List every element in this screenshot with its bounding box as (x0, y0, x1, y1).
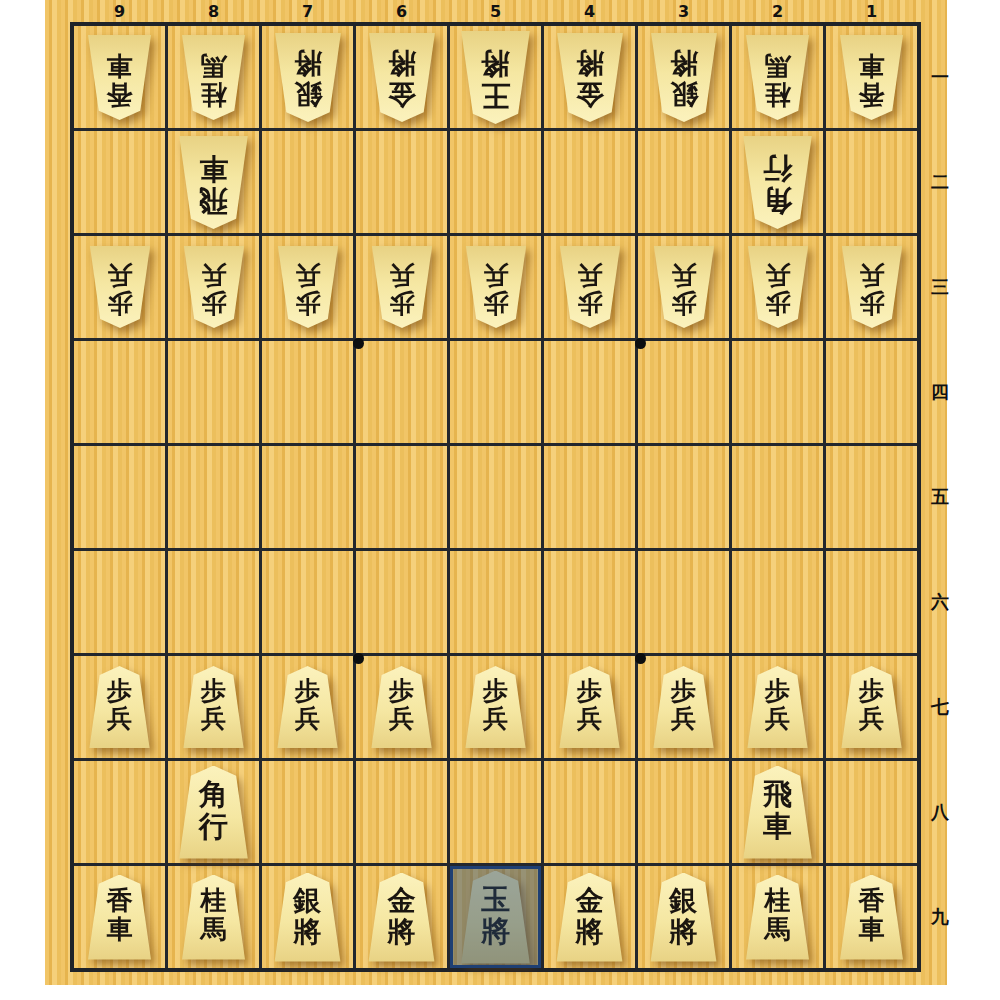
square-7三[interactable]: 歩兵 (262, 236, 353, 338)
square-5一[interactable]: 王將 (450, 26, 541, 128)
koma-kanji: 兵 (201, 261, 226, 289)
square-9五[interactable] (74, 446, 165, 548)
square-4七[interactable]: 歩兵 (544, 656, 635, 758)
koma-face: 銀將 (273, 873, 343, 962)
square-5八[interactable] (450, 761, 541, 863)
square-8九[interactable]: 桂馬 (168, 866, 259, 968)
koma-kanji: 將 (670, 48, 698, 79)
square-1八[interactable] (826, 761, 917, 863)
koma-kanji: 兵 (577, 705, 602, 733)
square-9一[interactable]: 香車 (74, 26, 165, 128)
koma-kanji: 歩 (671, 289, 696, 317)
koma-kanji: 金 (388, 885, 416, 916)
koma-kanji: 歩 (389, 289, 414, 317)
koma-kanji: 將 (576, 916, 604, 947)
piece-sente-king[interactable]: 玉將 (459, 871, 532, 964)
square-4九[interactable]: 金將 (544, 866, 635, 968)
piece-sente-pawn[interactable]: 歩兵 (88, 666, 152, 748)
piece-sente-pawn[interactable]: 歩兵 (464, 666, 528, 748)
koma-face: 歩兵 (182, 666, 246, 748)
koma-face: 歩兵 (652, 246, 716, 328)
square-5四[interactable] (450, 341, 541, 443)
koma-kanji: 銀 (670, 79, 698, 110)
koma-face: 桂馬 (744, 35, 811, 120)
koma-kanji: 兵 (295, 705, 320, 733)
koma-face: 歩兵 (276, 246, 340, 328)
file-labels: 9 8 7 6 5 4 3 2 1 (74, 0, 917, 22)
square-8八[interactable]: 角行 (168, 761, 259, 863)
koma-face: 歩兵 (88, 246, 152, 328)
koma-kanji: 歩 (201, 677, 226, 705)
koma-face: 金將 (367, 873, 437, 962)
square-7九[interactable]: 銀將 (262, 866, 353, 968)
square-4二[interactable] (544, 131, 635, 233)
koma-face: 香車 (838, 875, 905, 960)
koma-kanji: 將 (294, 48, 322, 79)
square-7一[interactable]: 銀將 (262, 26, 353, 128)
koma-kanji: 角 (763, 185, 792, 217)
square-4一[interactable]: 金將 (544, 26, 635, 128)
square-6二[interactable] (356, 131, 447, 233)
piece-sente-pawn[interactable]: 歩兵 (652, 666, 716, 748)
square-7八[interactable] (262, 761, 353, 863)
square-6七[interactable]: 歩兵 (356, 656, 447, 758)
square-3八[interactable] (638, 761, 729, 863)
koma-face: 桂馬 (744, 875, 811, 960)
piece-sente-lance[interactable]: 香車 (838, 875, 905, 960)
koma-kanji: 行 (199, 810, 228, 842)
koma-kanji: 兵 (671, 705, 696, 733)
piece-gote-pawn[interactable]: 歩兵 (276, 246, 340, 328)
koma-face: 金將 (555, 33, 625, 122)
rank-label-4: 四 (926, 341, 954, 443)
koma-kanji: 兵 (389, 705, 414, 733)
koma-kanji: 車 (859, 51, 885, 80)
square-5三[interactable]: 歩兵 (450, 236, 541, 338)
koma-kanji: 車 (107, 51, 133, 80)
file-label-8: 8 (168, 0, 259, 22)
koma-kanji: 將 (388, 916, 416, 947)
koma-face: 歩兵 (88, 666, 152, 748)
koma-kanji: 歩 (107, 289, 132, 317)
koma-face: 歩兵 (370, 666, 434, 748)
square-1四[interactable] (826, 341, 917, 443)
piece-sente-knight[interactable]: 桂馬 (744, 875, 811, 960)
piece-gote-gold[interactable]: 金將 (555, 33, 625, 122)
square-3三[interactable]: 歩兵 (638, 236, 729, 338)
koma-kanji: 兵 (859, 705, 884, 733)
piece-gote-knight[interactable]: 桂馬 (180, 35, 247, 120)
square-5二[interactable] (450, 131, 541, 233)
square-1七[interactable]: 歩兵 (826, 656, 917, 758)
koma-kanji: 桂 (201, 80, 227, 109)
koma-kanji: 桂 (765, 80, 791, 109)
koma-face: 歩兵 (652, 666, 716, 748)
koma-face: 歩兵 (558, 666, 622, 748)
piece-gote-pawn[interactable]: 歩兵 (558, 246, 622, 328)
square-2二[interactable]: 角行 (732, 131, 823, 233)
square-2八[interactable]: 飛車 (732, 761, 823, 863)
koma-kanji: 歩 (483, 677, 508, 705)
rank-label-8: 八 (926, 761, 954, 863)
square-7四[interactable] (262, 341, 353, 443)
square-7五[interactable] (262, 446, 353, 548)
square-4五[interactable] (544, 446, 635, 548)
square-8五[interactable] (168, 446, 259, 548)
piece-gote-pawn[interactable]: 歩兵 (464, 246, 528, 328)
koma-kanji: 將 (481, 48, 510, 80)
square-2六[interactable] (732, 551, 823, 653)
piece-sente-pawn[interactable]: 歩兵 (840, 666, 904, 748)
rank-label-5: 五 (926, 446, 954, 548)
square-1二[interactable] (826, 131, 917, 233)
koma-kanji: 香 (859, 80, 885, 109)
piece-sente-gold[interactable]: 金將 (555, 873, 625, 962)
koma-kanji: 香 (107, 80, 133, 109)
koma-kanji: 車 (107, 915, 133, 944)
square-9七[interactable]: 歩兵 (74, 656, 165, 758)
koma-kanji: 兵 (295, 261, 320, 289)
piece-gote-lance[interactable]: 香車 (86, 35, 153, 120)
square-6一[interactable]: 金將 (356, 26, 447, 128)
square-1九[interactable]: 香車 (826, 866, 917, 968)
rank-label-2: 二 (926, 131, 954, 233)
koma-kanji: 銀 (670, 885, 698, 916)
square-2四[interactable] (732, 341, 823, 443)
koma-kanji: 將 (294, 916, 322, 947)
piece-gote-gold[interactable]: 金將 (367, 33, 437, 122)
piece-sente-pawn[interactable]: 歩兵 (276, 666, 340, 748)
koma-face: 歩兵 (746, 666, 810, 748)
square-9九[interactable]: 香車 (74, 866, 165, 968)
piece-sente-pawn[interactable]: 歩兵 (558, 666, 622, 748)
square-1六[interactable] (826, 551, 917, 653)
koma-kanji: 歩 (577, 289, 602, 317)
square-5五[interactable] (450, 446, 541, 548)
square-1五[interactable] (826, 446, 917, 548)
square-3二[interactable] (638, 131, 729, 233)
koma-kanji: 歩 (859, 289, 884, 317)
square-6六[interactable] (356, 551, 447, 653)
koma-kanji: 將 (670, 916, 698, 947)
square-4四[interactable] (544, 341, 635, 443)
koma-kanji: 金 (388, 79, 416, 110)
koma-kanji: 歩 (201, 289, 226, 317)
square-5九[interactable]: 玉將 (450, 866, 541, 968)
koma-kanji: 歩 (859, 677, 884, 705)
koma-kanji: 角 (199, 778, 228, 810)
square-9六[interactable] (74, 551, 165, 653)
piece-gote-pawn[interactable]: 歩兵 (370, 246, 434, 328)
koma-face: 歩兵 (840, 246, 904, 328)
koma-kanji: 歩 (577, 677, 602, 705)
square-2一[interactable]: 桂馬 (732, 26, 823, 128)
koma-kanji: 兵 (859, 261, 884, 289)
square-2三[interactable]: 歩兵 (732, 236, 823, 338)
shogi-screen: 9 8 7 6 5 4 3 2 1 一 二 三 四 五 六 七 八 九 香車桂馬… (0, 0, 1000, 1000)
koma-kanji: 兵 (107, 705, 132, 733)
koma-kanji: 香 (859, 886, 885, 915)
file-label-1: 1 (826, 0, 917, 22)
piece-gote-silver[interactable]: 銀將 (649, 33, 719, 122)
square-8三[interactable]: 歩兵 (168, 236, 259, 338)
koma-kanji: 兵 (107, 261, 132, 289)
piece-sente-silver[interactable]: 銀將 (649, 873, 719, 962)
rank-label-6: 六 (926, 551, 954, 653)
koma-kanji: 歩 (671, 677, 696, 705)
piece-gote-pawn[interactable]: 歩兵 (88, 246, 152, 328)
square-6九[interactable]: 金將 (356, 866, 447, 968)
koma-face: 歩兵 (276, 666, 340, 748)
koma-face: 桂馬 (180, 35, 247, 120)
koma-kanji: 車 (763, 810, 792, 842)
square-8六[interactable] (168, 551, 259, 653)
koma-face: 歩兵 (464, 666, 528, 748)
square-3七[interactable]: 歩兵 (638, 656, 729, 758)
star-point-top-left (353, 338, 364, 349)
piece-gote-king[interactable]: 王將 (459, 31, 532, 124)
koma-kanji: 銀 (294, 79, 322, 110)
koma-kanji: 金 (576, 885, 604, 916)
file-label-5: 5 (450, 0, 541, 22)
square-7二[interactable] (262, 131, 353, 233)
square-8七[interactable]: 歩兵 (168, 656, 259, 758)
koma-kanji: 歩 (389, 677, 414, 705)
piece-gote-silver[interactable]: 銀將 (273, 33, 343, 122)
koma-kanji: 馬 (201, 51, 227, 80)
koma-kanji: 歩 (765, 289, 790, 317)
koma-kanji: 馬 (201, 915, 227, 944)
piece-gote-bishop[interactable]: 角行 (741, 136, 814, 229)
piece-gote-pawn[interactable]: 歩兵 (182, 246, 246, 328)
koma-kanji: 桂 (765, 886, 791, 915)
shogi-board: 香車桂馬銀將金將王將金將銀將桂馬香車飛車角行歩兵歩兵歩兵歩兵歩兵歩兵歩兵歩兵歩兵… (70, 22, 921, 972)
file-label-4: 4 (544, 0, 635, 22)
piece-sente-gold[interactable]: 金將 (367, 873, 437, 962)
koma-face: 歩兵 (464, 246, 528, 328)
square-8一[interactable]: 桂馬 (168, 26, 259, 128)
square-3四[interactable] (638, 341, 729, 443)
koma-kanji: 歩 (295, 289, 320, 317)
square-6四[interactable] (356, 341, 447, 443)
star-point-bottom-left (353, 653, 364, 664)
file-label-3: 3 (638, 0, 729, 22)
piece-gote-pawn[interactable]: 歩兵 (746, 246, 810, 328)
koma-kanji: 歩 (483, 289, 508, 317)
square-6八[interactable] (356, 761, 447, 863)
koma-kanji: 香 (107, 886, 133, 915)
koma-kanji: 歩 (765, 677, 790, 705)
koma-face: 歩兵 (840, 666, 904, 748)
square-8二[interactable]: 飛車 (168, 131, 259, 233)
rank-label-7: 七 (926, 656, 954, 758)
koma-face: 歩兵 (182, 246, 246, 328)
square-2九[interactable]: 桂馬 (732, 866, 823, 968)
koma-face: 玉將 (459, 871, 532, 964)
square-4八[interactable] (544, 761, 635, 863)
square-7六[interactable] (262, 551, 353, 653)
koma-face: 香車 (838, 35, 905, 120)
rank-label-3: 三 (926, 236, 954, 338)
koma-face: 香車 (86, 875, 153, 960)
koma-kanji: 兵 (577, 261, 602, 289)
square-9八[interactable] (74, 761, 165, 863)
piece-sente-bishop[interactable]: 角行 (177, 766, 250, 859)
piece-gote-pawn[interactable]: 歩兵 (652, 246, 716, 328)
koma-kanji: 兵 (389, 261, 414, 289)
square-3六[interactable] (638, 551, 729, 653)
piece-sente-silver[interactable]: 銀將 (273, 873, 343, 962)
koma-kanji: 兵 (765, 261, 790, 289)
koma-face: 金將 (555, 873, 625, 962)
koma-face: 飛車 (741, 766, 814, 859)
koma-kanji: 兵 (671, 261, 696, 289)
koma-kanji: 歩 (107, 677, 132, 705)
square-7七[interactable]: 歩兵 (262, 656, 353, 758)
koma-face: 銀將 (649, 873, 719, 962)
square-3一[interactable]: 銀將 (638, 26, 729, 128)
koma-kanji: 將 (576, 48, 604, 79)
koma-face: 銀將 (273, 33, 343, 122)
square-2七[interactable]: 歩兵 (732, 656, 823, 758)
koma-kanji: 兵 (201, 705, 226, 733)
square-4三[interactable]: 歩兵 (544, 236, 635, 338)
file-label-9: 9 (74, 0, 165, 22)
square-9二[interactable] (74, 131, 165, 233)
piece-gote-knight[interactable]: 桂馬 (744, 35, 811, 120)
koma-face: 桂馬 (180, 875, 247, 960)
square-1三[interactable]: 歩兵 (826, 236, 917, 338)
koma-kanji: 車 (859, 915, 885, 944)
piece-gote-pawn[interactable]: 歩兵 (840, 246, 904, 328)
koma-kanji: 行 (763, 153, 792, 185)
koma-kanji: 馬 (765, 51, 791, 80)
square-3五[interactable] (638, 446, 729, 548)
square-6三[interactable]: 歩兵 (356, 236, 447, 338)
square-9四[interactable] (74, 341, 165, 443)
piece-sente-pawn[interactable]: 歩兵 (746, 666, 810, 748)
koma-kanji: 王 (481, 80, 510, 112)
koma-face: 金將 (367, 33, 437, 122)
file-label-2: 2 (732, 0, 823, 22)
koma-face: 角行 (741, 136, 814, 229)
piece-sente-lance[interactable]: 香車 (86, 875, 153, 960)
star-point-top-right (635, 338, 646, 349)
koma-face: 歩兵 (370, 246, 434, 328)
piece-sente-rook[interactable]: 飛車 (741, 766, 814, 859)
koma-face: 歩兵 (558, 246, 622, 328)
koma-kanji: 飛 (199, 185, 228, 217)
square-6五[interactable] (356, 446, 447, 548)
file-label-6: 6 (356, 0, 447, 22)
koma-face: 銀將 (649, 33, 719, 122)
square-5七[interactable]: 歩兵 (450, 656, 541, 758)
koma-kanji: 車 (199, 153, 228, 185)
koma-kanji: 玉 (481, 883, 510, 915)
koma-kanji: 兵 (483, 261, 508, 289)
piece-sente-knight[interactable]: 桂馬 (180, 875, 247, 960)
koma-kanji: 兵 (765, 705, 790, 733)
square-2五[interactable] (732, 446, 823, 548)
koma-kanji: 兵 (483, 705, 508, 733)
piece-gote-rook[interactable]: 飛車 (177, 136, 250, 229)
koma-kanji: 金 (576, 79, 604, 110)
koma-face: 王將 (459, 31, 532, 124)
board-grid: 香車桂馬銀將金將王將金將銀將桂馬香車飛車角行歩兵歩兵歩兵歩兵歩兵歩兵歩兵歩兵歩兵… (74, 26, 917, 968)
square-4六[interactable] (544, 551, 635, 653)
rank-label-9: 九 (926, 866, 954, 968)
koma-face: 角行 (177, 766, 250, 859)
koma-kanji: 歩 (295, 677, 320, 705)
koma-face: 香車 (86, 35, 153, 120)
koma-face: 歩兵 (746, 246, 810, 328)
piece-sente-pawn[interactable]: 歩兵 (182, 666, 246, 748)
koma-face: 飛車 (177, 136, 250, 229)
rank-label-1: 一 (926, 26, 954, 128)
square-3九[interactable]: 銀將 (638, 866, 729, 968)
koma-kanji: 將 (388, 48, 416, 79)
koma-kanji: 馬 (765, 915, 791, 944)
koma-kanji: 將 (481, 915, 510, 947)
square-8四[interactable] (168, 341, 259, 443)
koma-kanji: 銀 (294, 885, 322, 916)
koma-kanji: 桂 (201, 886, 227, 915)
square-5六[interactable] (450, 551, 541, 653)
koma-kanji: 飛 (763, 778, 792, 810)
rank-labels: 一 二 三 四 五 六 七 八 九 (926, 26, 954, 968)
star-point-bottom-right (635, 653, 646, 664)
piece-gote-lance[interactable]: 香車 (838, 35, 905, 120)
square-1一[interactable]: 香車 (826, 26, 917, 128)
piece-sente-pawn[interactable]: 歩兵 (370, 666, 434, 748)
square-9三[interactable]: 歩兵 (74, 236, 165, 338)
file-label-7: 7 (262, 0, 353, 22)
